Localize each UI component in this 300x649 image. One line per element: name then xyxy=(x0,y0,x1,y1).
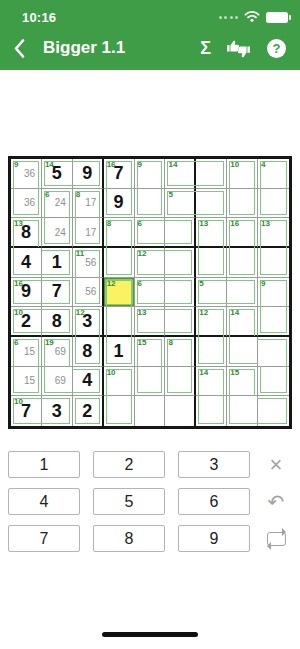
cage-sum: 15 xyxy=(230,368,239,377)
app-bar: 10:16 Bigger 1.1 Σ xyxy=(0,0,300,70)
cell-candidates: 15 xyxy=(11,367,41,396)
numpad-button-7[interactable]: 7 xyxy=(8,525,80,552)
cell-r8c8[interactable] xyxy=(258,396,289,426)
cage-outline xyxy=(260,247,287,275)
cell-candidates: 56 xyxy=(73,278,102,307)
cell-r0c4[interactable]: 9 xyxy=(135,159,166,189)
repeat-loop-icon xyxy=(267,532,286,546)
cell-r8c7[interactable] xyxy=(227,396,258,426)
cell-r8c3[interactable] xyxy=(104,396,135,426)
cell-r3c3[interactable] xyxy=(104,248,135,278)
cell-r1c2[interactable]: 817 xyxy=(73,189,104,219)
cage-outline xyxy=(226,280,255,305)
cell-r4c6[interactable]: 5 xyxy=(196,278,227,308)
cell-r8c4[interactable] xyxy=(135,396,166,426)
cell-r3c0[interactable]: 4 xyxy=(11,248,42,278)
cell-r2c5[interactable] xyxy=(165,218,196,248)
cage-sum: 11 xyxy=(76,249,84,258)
numpad-button-4[interactable]: 4 xyxy=(8,488,80,515)
number-pad: 123456789 xyxy=(8,451,250,552)
home-indicator[interactable] xyxy=(102,632,198,637)
cell-r7c7[interactable]: 15 xyxy=(227,367,258,397)
cage-sum: 12 xyxy=(199,308,208,317)
cell-r4c3[interactable]: 12 xyxy=(104,278,135,308)
cell-r1c4[interactable] xyxy=(135,189,166,219)
back-button[interactable] xyxy=(14,39,25,58)
cell-r3c7[interactable] xyxy=(227,248,258,278)
cage-sum: 12 xyxy=(107,279,116,288)
cage-sum: 6 xyxy=(138,219,142,228)
cell-r3c6[interactable] xyxy=(196,248,227,278)
cell-r7c2[interactable]: 4 xyxy=(73,367,104,397)
cage-sum: 8 xyxy=(168,338,172,347)
numpad-button-9[interactable]: 9 xyxy=(178,525,250,552)
cage-sum: 16 xyxy=(107,160,116,169)
cell-r1c3[interactable]: 9 xyxy=(104,189,135,219)
cell-value: 1 xyxy=(42,248,72,277)
numpad-button-1[interactable]: 1 xyxy=(8,451,80,478)
numpad-button-8[interactable]: 8 xyxy=(93,525,165,552)
cage-outline xyxy=(198,395,224,424)
cell-r4c7[interactable] xyxy=(227,278,258,308)
cage-sum: 13 xyxy=(138,308,147,317)
cage-sum: 14 xyxy=(199,368,208,377)
cell-r4c0[interactable]: 169 xyxy=(11,278,42,308)
chevron-left-icon xyxy=(14,39,25,58)
cell-r2c4[interactable]: 6 xyxy=(135,218,166,248)
cell-r5c3[interactable] xyxy=(104,307,135,337)
cell-r3c8[interactable] xyxy=(258,248,289,278)
cage-sum: 14 xyxy=(230,308,239,317)
cage-outline xyxy=(229,336,258,364)
cage-outline xyxy=(167,366,192,394)
cage-outline xyxy=(164,280,192,305)
cage-sum: 13 xyxy=(14,219,23,228)
cell-r0c8[interactable]: 4 xyxy=(258,159,289,189)
cell-value: 3 xyxy=(42,396,72,426)
cage-outline xyxy=(260,366,287,394)
cage-sum: 9 xyxy=(261,279,265,288)
cell-r3c4[interactable]: 12 xyxy=(135,248,166,278)
cage-sum: 10 xyxy=(14,308,23,317)
cell-r2c8[interactable]: 13 xyxy=(258,218,289,248)
cell-r0c0[interactable]: 936 xyxy=(11,159,42,189)
cell-value: 8 xyxy=(42,307,72,335)
cage-sum: 16 xyxy=(230,219,239,228)
cell-r5c6[interactable]: 12 xyxy=(196,307,227,337)
cage-sum: 14 xyxy=(168,160,177,169)
cage-sum: 19 xyxy=(45,338,54,347)
numpad-button-2[interactable]: 2 xyxy=(93,451,165,478)
cell-r5c0[interactable]: 102 xyxy=(11,307,42,337)
cell-r0c2[interactable]: 9 xyxy=(73,159,104,189)
numpad-button-6[interactable]: 6 xyxy=(178,488,250,515)
cell-r5c8[interactable] xyxy=(258,307,289,337)
cell-r0c3[interactable]: 167 xyxy=(104,159,135,189)
cell-r7c0[interactable]: 15 xyxy=(11,367,42,397)
cell-r1c1[interactable]: 624 xyxy=(42,189,73,219)
cell-r2c7[interactable]: 16 xyxy=(227,218,258,248)
cell-r8c1[interactable]: 3 xyxy=(42,396,73,426)
cell-r1c0[interactable]: 36 xyxy=(11,189,42,219)
cell-r6c1[interactable]: 1969 xyxy=(42,337,73,367)
cage-sum: 12 xyxy=(138,249,147,258)
cage-outline xyxy=(164,220,192,244)
cell-r8c6[interactable] xyxy=(196,396,227,426)
cage-outline xyxy=(195,191,224,216)
cell-r5c2[interactable]: 123 xyxy=(73,307,104,337)
cell-r1c7[interactable] xyxy=(227,189,258,219)
input-mode-button[interactable] xyxy=(260,525,292,552)
cell-r0c6[interactable] xyxy=(196,159,227,189)
undo-button[interactable]: ↶ xyxy=(260,488,292,515)
cage-sum: 10 xyxy=(107,368,116,377)
cell-r7c1[interactable]: 69 xyxy=(42,367,73,397)
rate-thumbs-button[interactable] xyxy=(227,38,251,59)
cellular-signal-icon xyxy=(219,16,239,19)
cell-value: 4 xyxy=(73,367,102,396)
cell-r3c1[interactable]: 1 xyxy=(42,248,73,278)
cell-r7c5[interactable] xyxy=(165,367,196,397)
cage-outline xyxy=(137,188,163,216)
clear-button[interactable]: × xyxy=(260,451,292,478)
cell-r2c6[interactable]: 13 xyxy=(196,218,227,248)
cell-r8c2[interactable]: 2 xyxy=(73,396,104,426)
cage-sum: 10 xyxy=(230,160,239,169)
cage-sum: 6 xyxy=(138,279,142,288)
cell-r8c5[interactable] xyxy=(165,396,196,426)
cell-r5c7[interactable]: 14 xyxy=(227,307,258,337)
cage-outline xyxy=(137,366,163,394)
sudoku-board: 9361459167914104366248179513824178613161… xyxy=(8,156,292,429)
cage-outline xyxy=(195,161,224,186)
cage-outline xyxy=(198,247,224,275)
cage-outline xyxy=(229,188,255,216)
cell-r2c2[interactable]: 17 xyxy=(73,218,104,248)
cage-outline xyxy=(198,336,224,364)
undo-arrow-icon: ↶ xyxy=(268,492,285,512)
cage-sum: 8 xyxy=(76,190,80,199)
cell-r5c1[interactable]: 8 xyxy=(42,307,73,337)
cell-value: 7 xyxy=(42,278,72,307)
cage-outline xyxy=(106,247,132,275)
cell-candidates: 24 xyxy=(42,218,72,246)
cell-r3c2[interactable]: 1156 xyxy=(73,248,104,278)
cell-value: 2 xyxy=(73,396,102,426)
help-button[interactable]: ? xyxy=(267,39,286,58)
cell-value: 4 xyxy=(11,248,41,277)
cage-outline xyxy=(106,306,132,336)
cage-sum: 6 xyxy=(14,338,18,347)
cell-r0c1[interactable]: 145 xyxy=(42,159,73,189)
cell-value: 8 xyxy=(73,337,102,366)
cage-sum: 9 xyxy=(138,160,142,169)
cell-r5c4[interactable]: 13 xyxy=(135,307,166,337)
cage-sum: 6 xyxy=(45,190,49,199)
cage-sum: 13 xyxy=(261,219,270,228)
cell-value: 9 xyxy=(73,159,102,188)
wifi-icon xyxy=(244,8,260,26)
cell-r4c5[interactable] xyxy=(165,278,196,308)
cell-candidates: 36 xyxy=(11,189,41,218)
cell-r6c2[interactable]: 8 xyxy=(73,337,104,367)
cell-r4c2[interactable]: 56 xyxy=(73,278,104,308)
cell-r6c6[interactable] xyxy=(196,337,227,367)
battery-icon xyxy=(266,12,288,23)
cell-r1c5[interactable]: 5 xyxy=(165,189,196,219)
cell-r6c4[interactable]: 15 xyxy=(135,337,166,367)
cage-outline xyxy=(260,306,287,333)
cell-r6c7[interactable] xyxy=(227,337,258,367)
cage-sum: 16 xyxy=(14,279,23,288)
cage-sum: 5 xyxy=(168,190,172,199)
numpad-button-3[interactable]: 3 xyxy=(178,451,250,478)
cage-outline xyxy=(257,398,287,424)
cell-value: 1 xyxy=(104,337,134,366)
cell-candidates: 69 xyxy=(42,367,72,396)
side-controls: × ↶ xyxy=(260,451,292,552)
cage-sum: 10 xyxy=(14,397,23,406)
cage-outline xyxy=(229,395,258,424)
cell-r2c1[interactable]: 24 xyxy=(42,218,73,248)
cell-r6c0[interactable]: 615 xyxy=(11,337,42,367)
status-time: 10:16 xyxy=(22,10,56,25)
cell-r3c5[interactable] xyxy=(165,248,196,278)
cage-outline xyxy=(106,395,132,424)
cage-outline xyxy=(257,339,287,367)
clear-x-icon: × xyxy=(270,454,283,476)
cage-sum: 15 xyxy=(138,338,147,347)
cell-value: 9 xyxy=(104,189,134,218)
cell-r1c6[interactable] xyxy=(196,189,227,219)
cell-r7c4[interactable] xyxy=(135,367,166,397)
cage-sum: 14 xyxy=(45,160,54,169)
cell-r4c1[interactable]: 7 xyxy=(42,278,73,308)
cell-r7c6[interactable]: 14 xyxy=(196,367,227,397)
cell-r2c0[interactable]: 138 xyxy=(11,218,42,248)
cell-r0c7[interactable]: 10 xyxy=(227,159,258,189)
cage-outline xyxy=(229,247,255,275)
status-bar: 10:16 xyxy=(0,0,300,28)
page-title: Bigger 1.1 xyxy=(43,38,125,58)
sum-tool-button[interactable]: Σ xyxy=(200,39,211,57)
numpad-button-5[interactable]: 5 xyxy=(93,488,165,515)
cage-sum: 4 xyxy=(261,160,265,169)
cell-r4c8[interactable]: 9 xyxy=(258,278,289,308)
cell-r2c3[interactable]: 8 xyxy=(104,218,135,248)
cage-sum: 8 xyxy=(107,219,111,228)
nav-bar: Bigger 1.1 Σ ? xyxy=(0,28,300,68)
cage-sum: 13 xyxy=(199,219,208,228)
cell-r6c3[interactable]: 1 xyxy=(104,337,135,367)
cell-r6c5[interactable]: 8 xyxy=(165,337,196,367)
cage-outline xyxy=(164,250,192,275)
cell-r4c4[interactable]: 6 xyxy=(135,278,166,308)
cell-r7c8[interactable] xyxy=(258,367,289,397)
cell-r1c8[interactable] xyxy=(258,189,289,219)
cage-outline xyxy=(164,309,192,333)
cell-candidates: 17 xyxy=(73,218,102,246)
cell-r6c8[interactable] xyxy=(258,337,289,367)
cell-r0c5[interactable]: 14 xyxy=(165,159,196,189)
cage-outline xyxy=(260,188,287,216)
cell-r7c3[interactable]: 10 xyxy=(104,367,135,397)
cage-sum: 9 xyxy=(14,160,18,169)
cell-r5c5[interactable] xyxy=(165,307,196,337)
cell-r8c0[interactable]: 107 xyxy=(11,396,42,426)
thumbs-up-down-icon xyxy=(227,38,251,59)
cage-sum: 5 xyxy=(199,279,203,288)
cage-sum: 12 xyxy=(76,308,85,317)
